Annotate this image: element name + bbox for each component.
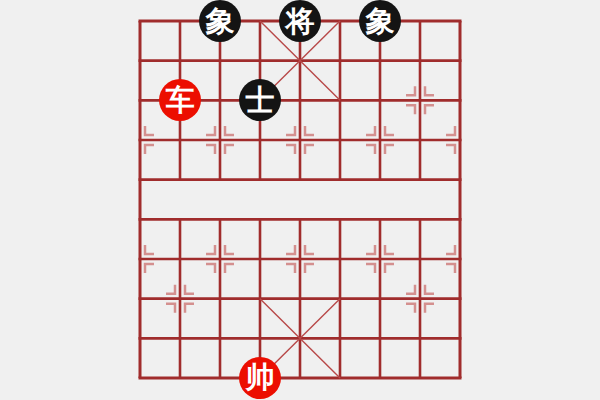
piece-black-elephant[interactable]: 象 bbox=[359, 0, 401, 42]
piece-red-general[interactable]: 帅 bbox=[239, 357, 281, 399]
piece-black-elephant[interactable]: 象 bbox=[199, 0, 241, 42]
xiangqi-board: 象将象车士帅 bbox=[120, 1, 480, 398]
xiangqi-diagram: 象将象车士帅 bbox=[0, 0, 600, 400]
piece-black-advisor[interactable]: 士 bbox=[239, 79, 281, 121]
piece-black-general[interactable]: 将 bbox=[279, 0, 321, 42]
piece-red-chariot[interactable]: 车 bbox=[159, 79, 201, 121]
